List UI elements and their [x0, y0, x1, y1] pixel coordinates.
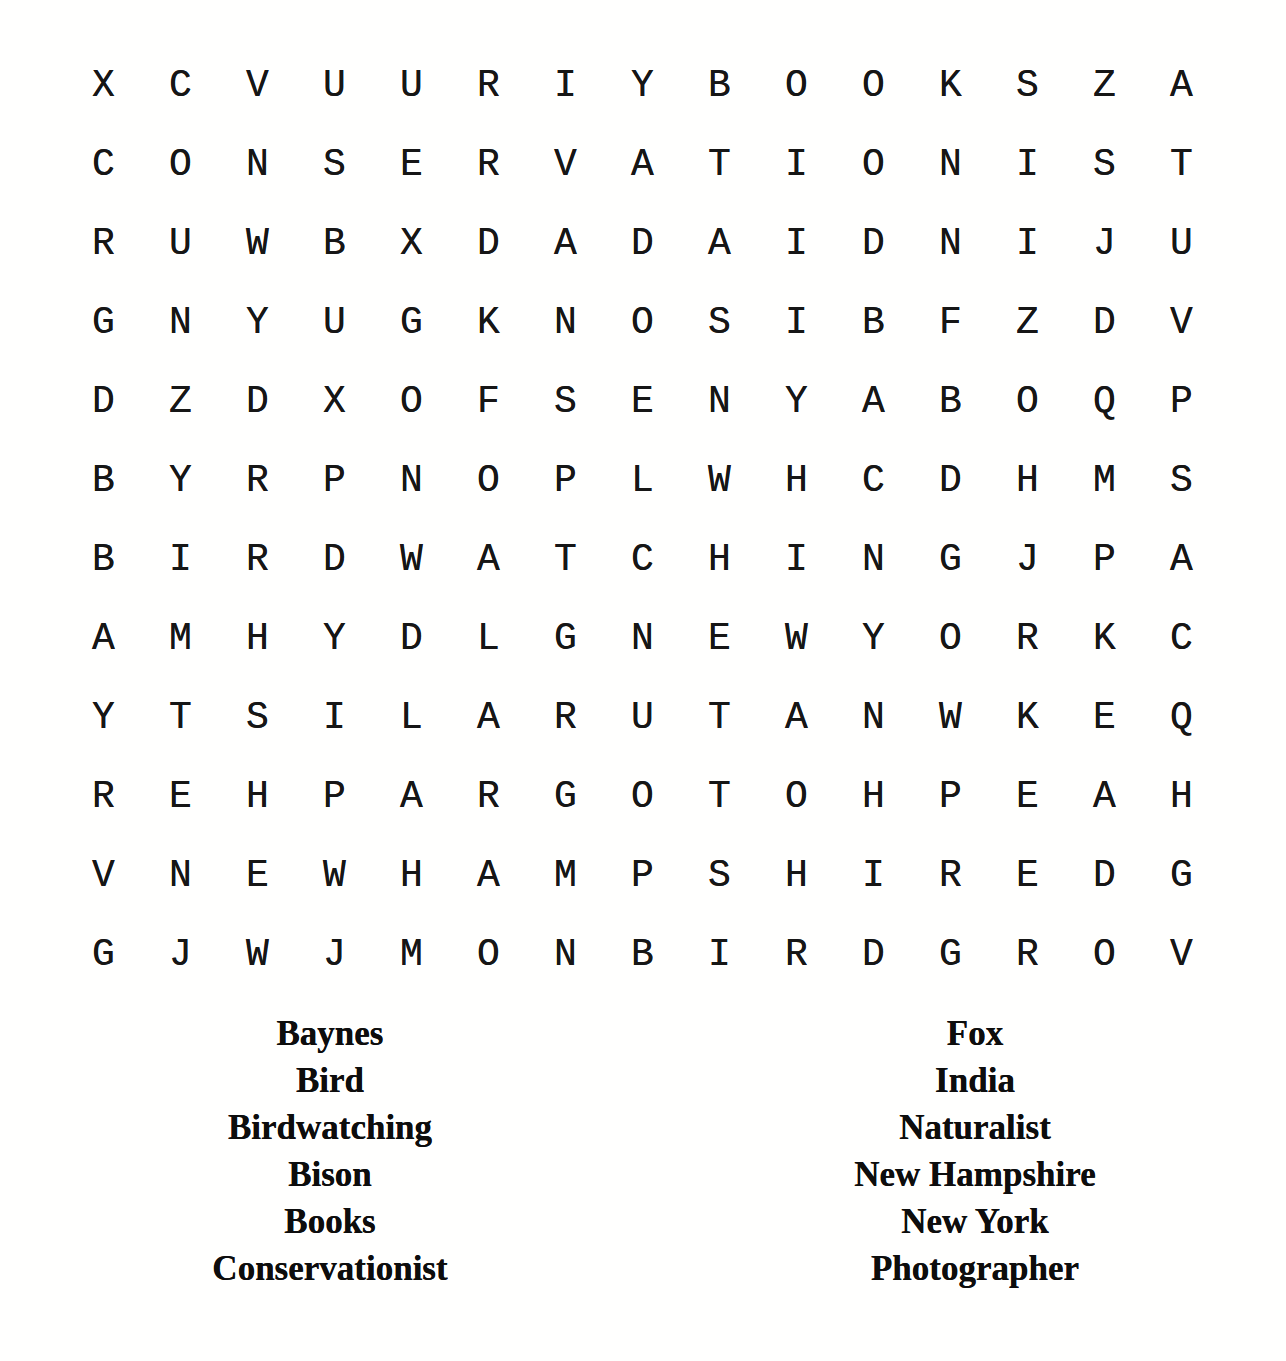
grid-cell-r9c4[interactable]: I — [296, 678, 373, 757]
grid-cell-r3c4[interactable]: B — [296, 204, 373, 283]
grid-cell-r10c3[interactable]: H — [219, 757, 296, 836]
grid-cell-r5c5[interactable]: O — [373, 362, 450, 441]
word-list-item[interactable]: New York — [675, 1198, 1275, 1245]
grid-cell-r7c7[interactable]: T — [527, 520, 604, 599]
grid-cell-r8c6[interactable]: L — [450, 599, 527, 678]
grid-cell-r11c1[interactable]: V — [65, 836, 142, 915]
grid-cell-r6c14[interactable]: M — [1066, 441, 1143, 520]
grid-cell-r8c5[interactable]: D — [373, 599, 450, 678]
grid-cell-r3c9[interactable]: A — [681, 204, 758, 283]
word-list-right: FoxIndiaNaturalistNew HampshireNew YorkP… — [675, 1010, 1275, 1292]
grid-cell-r12c15[interactable]: V — [1143, 915, 1220, 994]
grid-cell-r2c10[interactable]: I — [758, 125, 835, 204]
word-list-item[interactable]: Baynes — [30, 1010, 630, 1057]
grid-cell-r8c15[interactable]: C — [1143, 599, 1220, 678]
grid-cell-r9c5[interactable]: L — [373, 678, 450, 757]
grid-cell-r1c12[interactable]: K — [912, 46, 989, 125]
grid-cell-r2c13[interactable]: I — [989, 125, 1066, 204]
grid-cell-r8c7[interactable]: G — [527, 599, 604, 678]
grid-cell-r12c13[interactable]: R — [989, 915, 1066, 994]
grid-cell-r3c1[interactable]: R — [65, 204, 142, 283]
grid-cell-r2c15[interactable]: T — [1143, 125, 1220, 204]
grid-cell-r12c9[interactable]: I — [681, 915, 758, 994]
word-list-item[interactable]: Bird — [30, 1057, 630, 1104]
grid-cell-r11c9[interactable]: S — [681, 836, 758, 915]
grid-cell-r8c14[interactable]: K — [1066, 599, 1143, 678]
grid-cell-r4c3[interactable]: Y — [219, 283, 296, 362]
grid-cell-r1c10[interactable]: O — [758, 46, 835, 125]
grid-cell-r4c13[interactable]: Z — [989, 283, 1066, 362]
grid-cell-r7c1[interactable]: B — [65, 520, 142, 599]
grid-cell-r7c12[interactable]: G — [912, 520, 989, 599]
grid-cell-r8c3[interactable]: H — [219, 599, 296, 678]
grid-cell-r5c15[interactable]: P — [1143, 362, 1220, 441]
grid-cell-r12c6[interactable]: O — [450, 915, 527, 994]
grid-cell-r12c12[interactable]: G — [912, 915, 989, 994]
grid-cell-r12c14[interactable]: O — [1066, 915, 1143, 994]
grid-cell-r1c11[interactable]: O — [835, 46, 912, 125]
grid-cell-r3c8[interactable]: D — [604, 204, 681, 283]
grid-cell-r1c2[interactable]: C — [142, 46, 219, 125]
grid-cell-r7c13[interactable]: J — [989, 520, 1066, 599]
grid-cell-r11c12[interactable]: R — [912, 836, 989, 915]
grid-cell-r1c7[interactable]: I — [527, 46, 604, 125]
grid-cell-r1c5[interactable]: U — [373, 46, 450, 125]
grid-cell-r3c15[interactable]: U — [1143, 204, 1220, 283]
grid-cell-r4c7[interactable]: N — [527, 283, 604, 362]
grid-cell-r5c14[interactable]: Q — [1066, 362, 1143, 441]
grid-cell-r10c2[interactable]: E — [142, 757, 219, 836]
grid-cell-r6c3[interactable]: R — [219, 441, 296, 520]
grid-cell-r7c4[interactable]: D — [296, 520, 373, 599]
word-list-item[interactable]: India — [675, 1057, 1275, 1104]
grid-cell-r5c4[interactable]: X — [296, 362, 373, 441]
grid-cell-r6c15[interactable]: S — [1143, 441, 1220, 520]
grid-cell-r8c8[interactable]: N — [604, 599, 681, 678]
grid-cell-r2c9[interactable]: T — [681, 125, 758, 204]
grid-cell-r9c3[interactable]: S — [219, 678, 296, 757]
grid-cell-r10c15[interactable]: H — [1143, 757, 1220, 836]
grid-cell-r11c4[interactable]: W — [296, 836, 373, 915]
grid-cell-r6c4[interactable]: P — [296, 441, 373, 520]
grid-cell-r11c14[interactable]: D — [1066, 836, 1143, 915]
grid-cell-r8c13[interactable]: R — [989, 599, 1066, 678]
grid-cell-r9c10[interactable]: A — [758, 678, 835, 757]
word-list-item[interactable]: Photographer — [675, 1245, 1275, 1292]
word-list-item[interactable]: Conservationist — [30, 1245, 630, 1292]
grid-cell-r4c15[interactable]: V — [1143, 283, 1220, 362]
grid-cell-r10c10[interactable]: O — [758, 757, 835, 836]
grid-cell-r9c13[interactable]: K — [989, 678, 1066, 757]
grid-cell-r8c12[interactable]: O — [912, 599, 989, 678]
word-list-item[interactable]: Bison — [30, 1151, 630, 1198]
grid-cell-r9c8[interactable]: U — [604, 678, 681, 757]
grid-cell-r4c10[interactable]: I — [758, 283, 835, 362]
grid-cell-r10c7[interactable]: G — [527, 757, 604, 836]
grid-cell-r7c11[interactable]: N — [835, 520, 912, 599]
grid-cell-r2c14[interactable]: S — [1066, 125, 1143, 204]
grid-cell-r5c3[interactable]: D — [219, 362, 296, 441]
grid-cell-r6c7[interactable]: P — [527, 441, 604, 520]
grid-cell-r12c1[interactable]: G — [65, 915, 142, 994]
grid-cell-r7c9[interactable]: H — [681, 520, 758, 599]
grid-cell-r7c2[interactable]: I — [142, 520, 219, 599]
grid-cell-r9c12[interactable]: W — [912, 678, 989, 757]
grid-cell-r5c9[interactable]: N — [681, 362, 758, 441]
grid-cell-r1c1[interactable]: X — [65, 46, 142, 125]
grid-cell-r11c13[interactable]: E — [989, 836, 1066, 915]
grid-cell-r1c8[interactable]: Y — [604, 46, 681, 125]
grid-cell-r5c1[interactable]: D — [65, 362, 142, 441]
grid-cell-r5c13[interactable]: O — [989, 362, 1066, 441]
grid-cell-r3c11[interactable]: D — [835, 204, 912, 283]
grid-cell-r8c2[interactable]: M — [142, 599, 219, 678]
grid-cell-r2c11[interactable]: O — [835, 125, 912, 204]
grid-cell-r12c11[interactable]: D — [835, 915, 912, 994]
grid-cell-r12c4[interactable]: J — [296, 915, 373, 994]
grid-cell-r11c5[interactable]: H — [373, 836, 450, 915]
grid-cell-r4c1[interactable]: G — [65, 283, 142, 362]
grid-cell-r11c10[interactable]: H — [758, 836, 835, 915]
grid-cell-r5c11[interactable]: A — [835, 362, 912, 441]
grid-cell-r12c3[interactable]: W — [219, 915, 296, 994]
grid-cell-r5c6[interactable]: F — [450, 362, 527, 441]
grid-cell-r6c11[interactable]: C — [835, 441, 912, 520]
grid-cell-r3c5[interactable]: X — [373, 204, 450, 283]
grid-cell-r2c3[interactable]: N — [219, 125, 296, 204]
grid-cell-r1c15[interactable]: A — [1143, 46, 1220, 125]
puzzle-page: XCVUURIYBOOKSZACONSERVATIONISTRUWBXDADAI… — [0, 0, 1286, 1361]
grid-cell-r11c11[interactable]: I — [835, 836, 912, 915]
grid-cell-r6c9[interactable]: W — [681, 441, 758, 520]
grid-cell-r9c2[interactable]: T — [142, 678, 219, 757]
grid-cell-r7c10[interactable]: I — [758, 520, 835, 599]
grid-cell-r4c5[interactable]: G — [373, 283, 450, 362]
grid-cell-r8c4[interactable]: Y — [296, 599, 373, 678]
grid-cell-r3c6[interactable]: D — [450, 204, 527, 283]
word-list-item[interactable]: Books — [30, 1198, 630, 1245]
grid-cell-r4c4[interactable]: U — [296, 283, 373, 362]
grid-cell-r11c6[interactable]: A — [450, 836, 527, 915]
grid-cell-r9c6[interactable]: A — [450, 678, 527, 757]
grid-cell-r6c12[interactable]: D — [912, 441, 989, 520]
grid-cell-r1c14[interactable]: Z — [1066, 46, 1143, 125]
grid-cell-r3c10[interactable]: I — [758, 204, 835, 283]
grid-cell-r9c7[interactable]: R — [527, 678, 604, 757]
grid-cell-r8c10[interactable]: W — [758, 599, 835, 678]
grid-cell-r10c5[interactable]: A — [373, 757, 450, 836]
word-list-left: BaynesBirdBirdwatchingBisonBooksConserva… — [30, 1010, 630, 1292]
grid-cell-r8c11[interactable]: Y — [835, 599, 912, 678]
grid-cell-r6c1[interactable]: B — [65, 441, 142, 520]
grid-cell-r12c5[interactable]: M — [373, 915, 450, 994]
grid-cell-r6c2[interactable]: Y — [142, 441, 219, 520]
grid-cell-r7c8[interactable]: C — [604, 520, 681, 599]
grid-cell-r12c10[interactable]: R — [758, 915, 835, 994]
word-list-item[interactable]: New Hampshire — [675, 1151, 1275, 1198]
word-list-item[interactable]: Fox — [675, 1010, 1275, 1057]
word-search-grid: XCVUURIYBOOKSZACONSERVATIONISTRUWBXDADAI… — [65, 46, 1220, 994]
grid-cell-r5c10[interactable]: Y — [758, 362, 835, 441]
grid-cell-r11c3[interactable]: E — [219, 836, 296, 915]
grid-cell-r3c2[interactable]: U — [142, 204, 219, 283]
grid-cell-r6c6[interactable]: O — [450, 441, 527, 520]
grid-cell-r3c14[interactable]: J — [1066, 204, 1143, 283]
grid-cell-r4c2[interactable]: N — [142, 283, 219, 362]
grid-cell-r9c11[interactable]: N — [835, 678, 912, 757]
grid-cell-r9c1[interactable]: Y — [65, 678, 142, 757]
grid-cell-r7c3[interactable]: R — [219, 520, 296, 599]
grid-cell-r8c9[interactable]: E — [681, 599, 758, 678]
grid-cell-r12c7[interactable]: N — [527, 915, 604, 994]
grid-cell-r4c11[interactable]: B — [835, 283, 912, 362]
grid-cell-r11c7[interactable]: M — [527, 836, 604, 915]
grid-cell-r10c13[interactable]: E — [989, 757, 1066, 836]
grid-cell-r2c6[interactable]: R — [450, 125, 527, 204]
grid-cell-r2c12[interactable]: N — [912, 125, 989, 204]
grid-cell-r10c12[interactable]: P — [912, 757, 989, 836]
grid-cell-r12c2[interactable]: J — [142, 915, 219, 994]
grid-cell-r3c12[interactable]: N — [912, 204, 989, 283]
grid-cell-r4c8[interactable]: O — [604, 283, 681, 362]
grid-cell-r11c8[interactable]: P — [604, 836, 681, 915]
grid-cell-r7c15[interactable]: A — [1143, 520, 1220, 599]
grid-cell-r2c7[interactable]: V — [527, 125, 604, 204]
grid-cell-r4c6[interactable]: K — [450, 283, 527, 362]
grid-cell-r3c7[interactable]: A — [527, 204, 604, 283]
grid-cell-r3c3[interactable]: W — [219, 204, 296, 283]
grid-cell-r4c12[interactable]: F — [912, 283, 989, 362]
grid-cell-r5c12[interactable]: B — [912, 362, 989, 441]
word-list-item[interactable]: Birdwatching — [30, 1104, 630, 1151]
grid-cell-r9c15[interactable]: Q — [1143, 678, 1220, 757]
grid-cell-r9c14[interactable]: E — [1066, 678, 1143, 757]
grid-cell-r10c1[interactable]: R — [65, 757, 142, 836]
grid-cell-r4c9[interactable]: S — [681, 283, 758, 362]
word-list-item[interactable]: Naturalist — [675, 1104, 1275, 1151]
grid-cell-r8c1[interactable]: A — [65, 599, 142, 678]
grid-cell-r7c5[interactable]: W — [373, 520, 450, 599]
grid-cell-r3c13[interactable]: I — [989, 204, 1066, 283]
grid-cell-r10c4[interactable]: P — [296, 757, 373, 836]
grid-cell-r2c5[interactable]: E — [373, 125, 450, 204]
grid-cell-r11c15[interactable]: G — [1143, 836, 1220, 915]
grid-cell-r9c9[interactable]: T — [681, 678, 758, 757]
grid-cell-r6c8[interactable]: L — [604, 441, 681, 520]
grid-cell-r2c2[interactable]: O — [142, 125, 219, 204]
grid-cell-r5c7[interactable]: S — [527, 362, 604, 441]
grid-cell-r5c8[interactable]: E — [604, 362, 681, 441]
grid-cell-r2c1[interactable]: C — [65, 125, 142, 204]
grid-cell-r1c9[interactable]: B — [681, 46, 758, 125]
grid-cell-r1c6[interactable]: R — [450, 46, 527, 125]
grid-cell-r2c8[interactable]: A — [604, 125, 681, 204]
grid-cell-r7c6[interactable]: A — [450, 520, 527, 599]
grid-cell-r10c8[interactable]: O — [604, 757, 681, 836]
word-lists: BaynesBirdBirdwatchingBisonBooksConserva… — [0, 1010, 1286, 1300]
grid-cell-r6c13[interactable]: H — [989, 441, 1066, 520]
grid-cell-r1c3[interactable]: V — [219, 46, 296, 125]
grid-cell-r10c14[interactable]: A — [1066, 757, 1143, 836]
grid-cell-r1c4[interactable]: U — [296, 46, 373, 125]
grid-cell-r4c14[interactable]: D — [1066, 283, 1143, 362]
grid-cell-r2c4[interactable]: S — [296, 125, 373, 204]
grid-cell-r11c2[interactable]: N — [142, 836, 219, 915]
grid-cell-r10c6[interactable]: R — [450, 757, 527, 836]
grid-cell-r6c10[interactable]: H — [758, 441, 835, 520]
grid-cell-r10c11[interactable]: H — [835, 757, 912, 836]
grid-cell-r1c13[interactable]: S — [989, 46, 1066, 125]
grid-cell-r6c5[interactable]: N — [373, 441, 450, 520]
grid-cell-r7c14[interactable]: P — [1066, 520, 1143, 599]
grid-cell-r5c2[interactable]: Z — [142, 362, 219, 441]
grid-cell-r10c9[interactable]: T — [681, 757, 758, 836]
grid-cell-r12c8[interactable]: B — [604, 915, 681, 994]
